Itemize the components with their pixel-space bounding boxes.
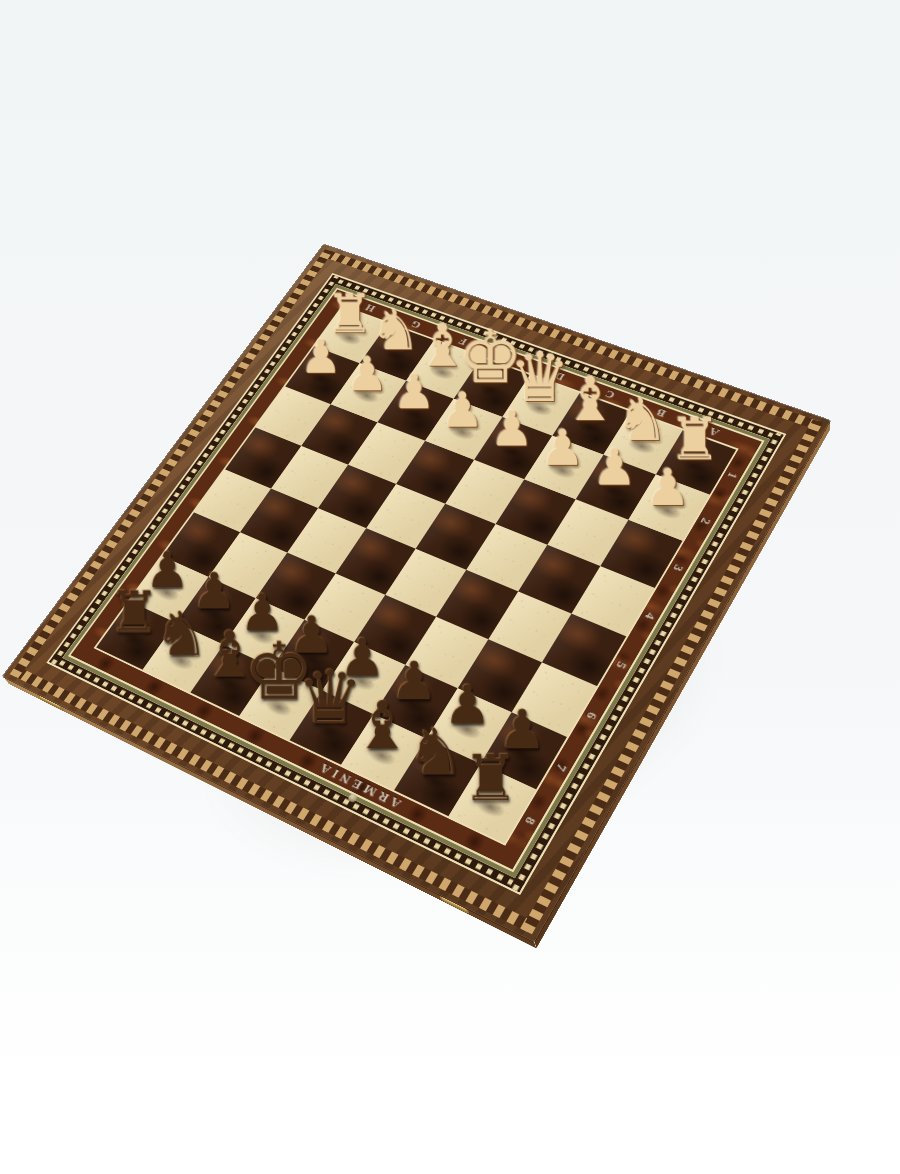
piece-white-pawn: ♟	[592, 442, 637, 492]
product-photo-stage: ♜♞♝♚♛♝♞♜♟♟♟♟♟♟♟♟♟♟♟♟♟♟♟♟♜♞♝♚♛♝♞♜ HGFEDCB…	[0, 0, 900, 1174]
piece-black-knight: ♞	[406, 719, 464, 784]
piece-white-pawn: ♟	[346, 350, 388, 397]
piece-white-pawn: ♟	[540, 423, 585, 473]
piece-white-pawn: ♟	[300, 333, 342, 380]
piece-black-rook: ♜	[108, 583, 160, 641]
piece-white-pawn: ♟	[645, 462, 691, 513]
piece-white-pawn: ♟	[440, 386, 483, 434]
piece-black-rook: ♜	[462, 746, 519, 810]
piece-black-bishop: ♝	[352, 692, 411, 758]
piece-white-pawn: ♟	[392, 368, 435, 416]
piece-white-pawn: ♟	[490, 404, 534, 453]
